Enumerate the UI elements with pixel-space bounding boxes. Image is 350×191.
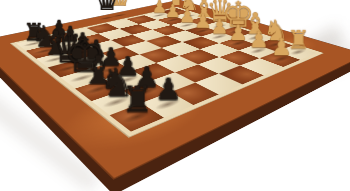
chess-board: ♜♞♝♛♚♝♞♜♟♟♟♟♟♟♟♟♟♟♟♟♟♟♟♟♜♞♝♛♚♝♞♜♛♛ [0,0,350,180]
scene-3d: ♜♞♝♛♚♝♞♜♟♟♟♟♟♟♟♟♟♟♟♟♟♟♟♟♜♞♝♛♚♝♞♜♛♛ [0,0,350,191]
piece-black-rook-h8: ♜ [114,81,160,117]
chess-set-photo: ♜♞♝♛♚♝♞♜♟♟♟♟♟♟♟♟♟♟♟♟♟♟♟♟♜♞♝♛♚♝♞♜♛♛ [0,0,350,191]
piece-black-queen-spare: ♛ [94,0,120,18]
piece-white-pawn-h2: ♟ [264,36,298,60]
